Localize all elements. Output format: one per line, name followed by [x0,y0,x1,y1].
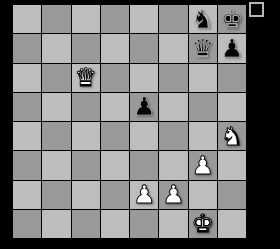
piece-white-king-g1: ♚ [191,211,213,236]
square-d8 [101,5,129,33]
square-f3 [159,151,187,179]
piece-black-pawn-e5: ♟ [133,94,155,119]
square-g3: ♟ [189,151,217,179]
piece-black-king-h8: ♚ [221,7,243,32]
square-c2 [72,181,100,209]
square-b5 [42,93,70,121]
side-to-move-indicator [249,2,264,17]
piece-white-pawn-f2: ♟ [162,182,184,207]
square-d1 [101,210,129,238]
square-b4 [42,122,70,150]
piece-white-pawn-g3: ♟ [191,153,213,178]
square-b2 [42,181,70,209]
square-a6 [13,64,41,92]
diagram-canvas: ♞♚♛♟♛♟♞♟♟♟♚ [0,0,280,249]
square-e7 [130,34,158,62]
square-f4 [159,122,187,150]
square-f2: ♟ [159,181,187,209]
square-e1 [130,210,158,238]
square-a3 [13,151,41,179]
piece-white-queen-c6: ♛ [74,65,96,90]
square-f5 [159,93,187,121]
square-a5 [13,93,41,121]
square-b7 [42,34,70,62]
square-c6: ♛ [72,64,100,92]
square-b6 [42,64,70,92]
square-b1 [42,210,70,238]
square-f8 [159,5,187,33]
square-c4 [72,122,100,150]
square-e6 [130,64,158,92]
square-c8 [72,5,100,33]
square-f1 [159,210,187,238]
square-h8: ♚ [218,5,246,33]
square-e5: ♟ [130,93,158,121]
square-f7 [159,34,187,62]
square-a1 [13,210,41,238]
chess-board: ♞♚♛♟♛♟♞♟♟♟♚ [13,5,246,238]
square-g7: ♛ [189,34,217,62]
square-d3 [101,151,129,179]
square-h7: ♟ [218,34,246,62]
square-c7 [72,34,100,62]
piece-black-queen-g7: ♛ [191,36,213,61]
square-c1 [72,210,100,238]
square-h3 [218,151,246,179]
square-e3 [130,151,158,179]
square-g5 [189,93,217,121]
square-g4 [189,122,217,150]
square-d7 [101,34,129,62]
square-c3 [72,151,100,179]
piece-white-pawn-e2: ♟ [133,182,155,207]
square-d5 [101,93,129,121]
square-d2 [101,181,129,209]
square-h5 [218,93,246,121]
square-h2 [218,181,246,209]
square-g6 [189,64,217,92]
square-a2 [13,181,41,209]
square-a4 [13,122,41,150]
piece-black-pawn-h7: ♟ [221,36,243,61]
square-h6 [218,64,246,92]
square-h4: ♞ [218,122,246,150]
square-b3 [42,151,70,179]
square-e4 [130,122,158,150]
square-b8 [42,5,70,33]
square-f6 [159,64,187,92]
square-a8 [13,5,41,33]
square-d6 [101,64,129,92]
square-e8 [130,5,158,33]
square-g8: ♞ [189,5,217,33]
square-g2 [189,181,217,209]
square-c5 [72,93,100,121]
square-g1: ♚ [189,210,217,238]
piece-white-knight-h4: ♞ [221,124,243,149]
square-h1 [218,210,246,238]
square-a7 [13,34,41,62]
square-d4 [101,122,129,150]
square-e2: ♟ [130,181,158,209]
piece-black-knight-g8: ♞ [191,7,213,32]
